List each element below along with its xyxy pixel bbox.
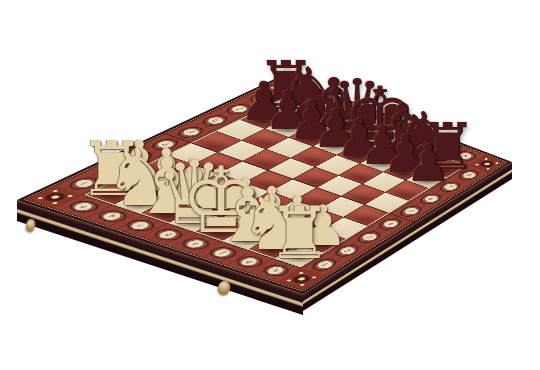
brass-clasp-icon	[25, 218, 37, 233]
black-pawn-glyph: ♟	[405, 133, 451, 193]
chess-set-photo: abcdefgh abcdefgh 87654321 87654321 ♜♞♟♝…	[0, 0, 540, 370]
piece-white-rook-h1[interactable]: ♜	[264, 198, 336, 270]
piece-black-pawn-h7[interactable]: ♟	[402, 138, 454, 190]
white-rook-glyph: ♜	[267, 191, 331, 275]
